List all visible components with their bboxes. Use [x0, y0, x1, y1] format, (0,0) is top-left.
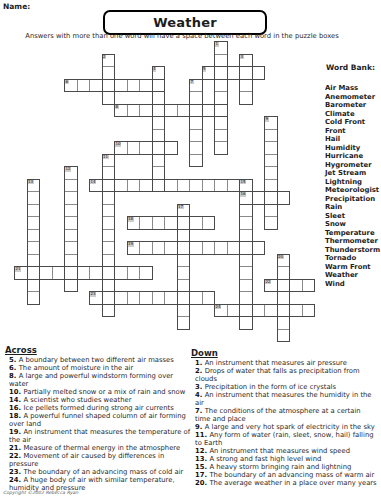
clue-number: 10. [9, 388, 23, 396]
clue-number: 1. [195, 359, 205, 367]
puzzle-cell[interactable] [164, 291, 178, 305]
word-bank-item: Climate [325, 110, 380, 119]
puzzle-cell[interactable] [264, 154, 278, 168]
puzzle-cell[interactable] [77, 266, 91, 280]
clue-number: 16. [9, 404, 23, 412]
puzzle-cell[interactable] [152, 141, 166, 155]
puzzle-cell[interactable] [214, 79, 228, 93]
puzzle-cell[interactable] [202, 179, 216, 193]
word-bank-item: Weather [325, 271, 380, 280]
cell-number: 13 [28, 180, 34, 185]
puzzle-cell[interactable] [64, 216, 78, 230]
cell-number: 12 [65, 167, 71, 172]
puzzle-cell[interactable] [127, 141, 141, 155]
puzzle-cell[interactable]: 18 [127, 216, 141, 230]
puzzle-cell[interactable] [214, 179, 228, 193]
puzzle-cell[interactable] [139, 291, 153, 305]
clue-item: 12. An instrument that measures wind spe… [195, 447, 377, 455]
puzzle-cell[interactable] [189, 154, 203, 168]
puzzle-cell[interactable] [64, 266, 78, 280]
puzzle-cell[interactable] [64, 241, 78, 255]
puzzle-cell[interactable] [264, 141, 278, 155]
puzzle-cell[interactable] [102, 279, 116, 293]
puzzle-cell[interactable] [102, 241, 116, 255]
puzzle-cell[interactable] [264, 216, 278, 230]
puzzle-cell[interactable] [127, 104, 141, 118]
puzzle-cell[interactable]: 24 [214, 304, 228, 318]
puzzle-cell[interactable] [177, 279, 191, 293]
cell-number: 24 [215, 305, 221, 310]
puzzle-cell[interactable] [164, 241, 178, 255]
puzzle-cell[interactable] [127, 291, 141, 305]
puzzle-cell[interactable] [102, 91, 116, 105]
puzzle-cell[interactable] [302, 279, 316, 293]
puzzle-cell[interactable] [189, 116, 203, 130]
puzzle-cell[interactable] [152, 166, 166, 180]
clue-item: 18. A powerful funnel shaped column of a… [9, 412, 191, 428]
puzzle-cell[interactable] [277, 329, 291, 343]
puzzle-cell[interactable] [64, 229, 78, 243]
puzzle-cell[interactable] [227, 179, 241, 193]
word-bank-item: Hail [325, 135, 380, 144]
clue-item: 19. An instrument that measures the temp… [9, 428, 191, 444]
clue-item: 15. A heavy storm bringing rain and ligh… [195, 463, 377, 471]
puzzle-cell[interactable] [102, 204, 116, 218]
puzzle-cell[interactable] [252, 191, 266, 205]
clue-item: 17. The boundary of an advancing mass of… [195, 471, 377, 479]
puzzle-cell[interactable]: 23 [89, 291, 103, 305]
puzzle-cell[interactable] [264, 204, 278, 218]
puzzle-cell[interactable] [177, 254, 191, 268]
puzzle-cell[interactable] [164, 104, 178, 118]
clue-item: 21. Measure of thermal energy in the atm… [9, 444, 191, 452]
down-header: Down [191, 348, 377, 358]
puzzle-cell[interactable] [102, 66, 116, 80]
word-bank-item: Hygrometer [325, 161, 380, 170]
puzzle-cell[interactable] [264, 304, 278, 318]
clue-item: 4. An instrument that measures the humid… [195, 391, 377, 407]
clue-item: 11. Any form of water (rain, sleet, snow… [195, 431, 377, 447]
puzzle-cell[interactable] [177, 316, 191, 330]
puzzle-cell[interactable] [139, 141, 153, 155]
puzzle-cell[interactable] [239, 79, 253, 93]
puzzle-cell[interactable] [102, 229, 116, 243]
puzzle-cell[interactable] [27, 291, 41, 305]
puzzle-cell[interactable] [152, 154, 166, 168]
cell-number: 17 [178, 205, 184, 210]
puzzle-cell[interactable] [189, 241, 203, 255]
puzzle-cell[interactable] [77, 79, 91, 93]
puzzle-cell[interactable] [139, 104, 153, 118]
puzzle-cell[interactable] [264, 129, 278, 143]
puzzle-cell[interactable] [64, 191, 78, 205]
puzzle-cell[interactable] [152, 291, 166, 305]
puzzle-cell[interactable] [39, 266, 53, 280]
clue-number: 18. [9, 412, 23, 420]
puzzle-cell[interactable]: 13 [27, 179, 41, 193]
cell-number: 21 [15, 267, 21, 272]
puzzle-cell[interactable] [214, 241, 228, 255]
copyright-text: Copyright ©2002 Rebecca Ryan [3, 490, 78, 495]
word-bank-item: Precipitation [325, 195, 380, 204]
cell-number: 4 [153, 67, 157, 72]
puzzle-cell[interactable]: 21 [14, 266, 28, 280]
puzzle-cell[interactable] [239, 241, 253, 255]
puzzle-cell[interactable]: 15 [239, 179, 253, 193]
puzzle-cell[interactable] [227, 66, 241, 80]
word-bank-item: Warm Front [325, 263, 380, 272]
puzzle-cell[interactable] [152, 129, 166, 143]
puzzle-cell[interactable] [64, 254, 78, 268]
puzzle-cell[interactable] [152, 179, 166, 193]
puzzle-cell[interactable] [264, 179, 278, 193]
word-bank-item: Jet Stream [325, 169, 380, 178]
clue-number: 9. [195, 423, 205, 431]
puzzle-cell[interactable] [127, 266, 141, 280]
word-bank: Word Bank: Air MassAnemometerBarometerCl… [318, 63, 380, 288]
clue-item: 1. An instrument that measures air press… [195, 359, 377, 367]
cell-number: 22 [265, 280, 271, 285]
puzzle-cell[interactable] [139, 79, 153, 93]
clue-number: 20. [195, 479, 209, 487]
cell-number: 1 [215, 42, 219, 47]
puzzle-cell[interactable] [214, 104, 228, 118]
cell-number: 8 [115, 105, 119, 110]
puzzle-cell[interactable] [189, 104, 203, 118]
word-bank-item: Tornado [325, 254, 380, 263]
puzzle-cell[interactable] [214, 66, 228, 80]
puzzle-cell[interactable] [114, 266, 128, 280]
puzzle-cell[interactable]: 3 [239, 54, 253, 68]
puzzle-cell[interactable] [177, 291, 191, 305]
puzzle-cell[interactable] [64, 179, 78, 193]
cell-number: 9 [265, 117, 269, 122]
clue-number: 2. [195, 367, 205, 375]
puzzle-cell[interactable] [239, 291, 253, 305]
puzzle-cell[interactable] [202, 104, 216, 118]
puzzle-cell[interactable]: 14 [89, 179, 103, 193]
puzzle-cell[interactable] [239, 254, 253, 268]
clue-item: 14. A scientist who studies weather [9, 396, 191, 404]
word-bank-item: Front [325, 127, 380, 136]
puzzle-cell[interactable] [164, 216, 178, 230]
clue-number: 13. [195, 455, 209, 463]
puzzle-cell[interactable] [252, 241, 266, 255]
clue-item: 23. The boundary of an advancing mass of… [9, 468, 191, 476]
puzzle-cell[interactable]: 9 [264, 116, 278, 130]
word-bank-item: Air Mass [325, 84, 380, 93]
puzzle-cell[interactable] [89, 266, 103, 280]
puzzle-cell[interactable] [177, 304, 191, 318]
puzzle-cell[interactable] [264, 191, 278, 205]
puzzle-cell[interactable] [277, 266, 291, 280]
puzzle-cell[interactable] [139, 241, 153, 255]
puzzle-cell[interactable] [177, 179, 191, 193]
puzzle-cell[interactable] [114, 179, 128, 193]
clue-number: 24. [9, 476, 23, 484]
clue-item: 6. The amount of moisture in the air [9, 364, 191, 372]
word-bank-item: Rain [325, 203, 380, 212]
down-clue-list: 1. An instrument that measures air press… [191, 359, 377, 487]
cell-number: 18 [128, 217, 134, 222]
puzzle-cell[interactable] [102, 291, 116, 305]
puzzle-cell[interactable]: 2 [102, 54, 116, 68]
puzzle-cell[interactable] [189, 291, 203, 305]
clue-number: 6. [9, 364, 19, 372]
puzzle-cell[interactable] [64, 204, 78, 218]
cell-number: 20 [278, 255, 284, 260]
puzzle-cell[interactable] [214, 141, 228, 155]
puzzle-cell[interactable] [277, 316, 291, 330]
cell-number: 2 [103, 55, 107, 60]
cell-number: 11 [103, 155, 109, 160]
clue-number: 4. [195, 391, 205, 399]
puzzle-cell[interactable] [152, 216, 166, 230]
puzzle-cell[interactable] [152, 116, 166, 130]
word-bank-item: Sleet [325, 212, 380, 221]
puzzle-cell[interactable]: 16 [239, 191, 253, 205]
puzzle-cell[interactable] [214, 91, 228, 105]
word-bank-item: Lightning [325, 178, 380, 187]
puzzle-cell[interactable] [139, 179, 153, 193]
puzzle-cell[interactable] [252, 66, 266, 80]
clue-number: 3. [195, 383, 205, 391]
clue-item: 5. A boundary between two different air … [9, 356, 191, 364]
puzzle-cell[interactable] [102, 304, 116, 318]
puzzle-cell[interactable] [289, 279, 303, 293]
word-bank-item: Meteorologist [325, 186, 380, 195]
puzzle-cell[interactable] [64, 279, 78, 293]
cell-number: 6 [65, 80, 69, 85]
word-bank-item: Wind [325, 280, 380, 289]
puzzle-cell[interactable]: 12 [64, 166, 78, 180]
cell-number: 7 [190, 80, 194, 85]
puzzle-cell[interactable]: 10 [114, 141, 128, 155]
puzzle-cell[interactable] [277, 279, 291, 293]
puzzle-cell[interactable] [102, 166, 116, 180]
puzzle-cell[interactable] [239, 229, 253, 243]
clue-item: 10. Partially melted snow or a mix of ra… [9, 388, 191, 396]
puzzle-cell[interactable] [102, 216, 116, 230]
word-bank-item: Thunderstorm [325, 246, 380, 255]
puzzle-cell[interactable] [177, 241, 191, 255]
puzzle-cell[interactable] [202, 291, 216, 305]
puzzle-cell[interactable] [127, 79, 141, 93]
word-bank-item: Cold Front [325, 118, 380, 127]
clue-item: 7. The conditions of the atmosphere at a… [195, 407, 377, 423]
puzzle-cell[interactable] [277, 191, 291, 205]
puzzle-cell[interactable] [27, 266, 41, 280]
word-bank-item: Anemometer [325, 93, 380, 102]
cell-number: 3 [240, 55, 244, 60]
puzzle-cell[interactable]: 7 [189, 79, 203, 93]
puzzle-cell[interactable]: 20 [277, 254, 291, 268]
puzzle-cell[interactable] [102, 79, 116, 93]
clue-item: 16. Ice pellets formed during strong air… [9, 404, 191, 412]
down-clues: Down 1. An instrument that measures air … [191, 348, 377, 487]
puzzle-cell[interactable] [227, 241, 241, 255]
clue-number: 12. [195, 447, 209, 455]
puzzle-cell[interactable] [177, 104, 191, 118]
puzzle-cell[interactable] [202, 241, 216, 255]
puzzle-cell[interactable] [27, 279, 41, 293]
puzzle-cell[interactable] [239, 266, 253, 280]
across-clues: Across 5. A boundary between two differe… [5, 345, 191, 492]
across-clue-list: 5. A boundary between two different air … [5, 356, 191, 492]
puzzle-cell[interactable] [139, 266, 153, 280]
puzzle-cell[interactable] [152, 104, 166, 118]
clue-number: 8. [9, 372, 19, 380]
puzzle-cell[interactable] [239, 91, 253, 105]
word-bank-item: Humidity [325, 144, 380, 153]
cell-number: 5 [203, 67, 207, 72]
puzzle-cell[interactable] [152, 241, 166, 255]
word-bank-list: Air MassAnemometerBarometerClimateCold F… [325, 84, 380, 288]
clue-number: 15. [195, 463, 209, 471]
puzzle-cell[interactable]: 4 [152, 66, 166, 80]
puzzle-cell[interactable] [189, 179, 203, 193]
clue-number: 19. [9, 428, 23, 436]
puzzle-cell[interactable]: 17 [177, 204, 191, 218]
puzzle-cell[interactable] [302, 304, 316, 318]
puzzle-cell[interactable] [102, 179, 116, 193]
cell-number: 23 [90, 292, 96, 297]
clue-item: 13. A strong and fast high level wind [195, 455, 377, 463]
puzzle-cell[interactable] [239, 316, 253, 330]
clue-item: 20. The average weather in a place over … [195, 479, 377, 487]
puzzle-cell[interactable]: 5 [202, 66, 216, 80]
clue-item: 3. Precipitation in the form of ice crys… [195, 383, 377, 391]
cell-number: 19 [128, 242, 134, 247]
clue-number: 5. [9, 356, 19, 364]
puzzle-cell[interactable] [264, 166, 278, 180]
puzzle-cell[interactable] [27, 229, 41, 243]
puzzle-cell[interactable] [189, 216, 203, 230]
puzzle-cell[interactable]: 6 [64, 79, 78, 93]
puzzle-cell[interactable] [239, 66, 253, 80]
puzzle-cell[interactable] [227, 304, 241, 318]
word-bank-item: Snow [325, 220, 380, 229]
puzzle-cell[interactable]: 22 [264, 279, 278, 293]
puzzle-cell[interactable] [277, 304, 291, 318]
word-bank-header: Word Bank: [326, 63, 380, 72]
puzzle-cell[interactable] [239, 279, 253, 293]
puzzle-cell[interactable] [27, 216, 41, 230]
puzzle-cell[interactable] [27, 191, 41, 205]
puzzle-cell[interactable] [102, 266, 116, 280]
puzzle-cell[interactable] [202, 216, 216, 230]
puzzle-cell[interactable] [114, 291, 128, 305]
clue-number: 7. [195, 407, 205, 415]
puzzle-cell[interactable] [52, 266, 66, 280]
puzzle-cell[interactable] [214, 129, 228, 143]
across-header: Across [5, 345, 191, 355]
puzzle-cell[interactable] [177, 216, 191, 230]
puzzle-cell[interactable]: 11 [102, 154, 116, 168]
clue-item: 9. A large and very hot spark of electri… [195, 423, 377, 431]
puzzle-cell[interactable] [214, 116, 228, 130]
puzzle-cell[interactable]: 8 [114, 104, 128, 118]
cell-number: 10 [115, 142, 121, 147]
puzzle-cell[interactable] [214, 54, 228, 68]
puzzle-cell[interactable] [27, 204, 41, 218]
clue-item: 8. A large and powerful windstorm formin… [9, 372, 191, 388]
puzzle-cell[interactable] [27, 241, 41, 255]
puzzle-cell[interactable] [152, 79, 166, 93]
word-bank-item: Hurricane [325, 152, 380, 161]
puzzle-cell[interactable] [127, 179, 141, 193]
cell-number: 16 [240, 192, 246, 197]
puzzle-cell[interactable]: 19 [127, 241, 141, 255]
puzzle-cell[interactable] [252, 304, 266, 318]
puzzle-cell[interactable] [152, 91, 166, 105]
puzzle-cell[interactable] [289, 304, 303, 318]
clue-number: 23. [9, 468, 23, 476]
puzzle-cell[interactable] [102, 254, 116, 268]
puzzle-cell[interactable] [139, 216, 153, 230]
puzzle-cell[interactable] [189, 129, 203, 143]
clue-number: 21. [9, 444, 23, 452]
puzzle-cell[interactable] [164, 141, 178, 155]
clue-number: 22. [9, 452, 23, 460]
puzzle-cell[interactable] [189, 141, 203, 155]
puzzle-cell[interactable] [102, 191, 116, 205]
puzzle-cell[interactable] [27, 254, 41, 268]
word-bank-item: Temperature [325, 229, 380, 238]
cell-number: 14 [90, 180, 96, 185]
puzzle-cell[interactable] [189, 91, 203, 105]
word-bank-item: Thermometer [325, 237, 380, 246]
clue-item: 2. Drops of water that falls as precipit… [195, 367, 377, 383]
puzzle-cell[interactable] [89, 79, 103, 93]
puzzle-cell[interactable]: 1 [214, 41, 228, 55]
puzzle-cell[interactable] [239, 304, 253, 318]
puzzle-cell[interactable] [277, 291, 291, 305]
puzzle-cell[interactable] [114, 79, 128, 93]
clue-number: 14. [9, 396, 23, 404]
puzzle-cell[interactable] [239, 204, 253, 218]
word-bank-item: Barometer [325, 101, 380, 110]
clue-number: 17. [195, 471, 209, 479]
cell-number: 15 [240, 180, 246, 185]
clue-item: 22. Movement of air caused by difference… [9, 452, 191, 468]
puzzle-cell[interactable] [164, 179, 178, 193]
clue-number: 11. [195, 431, 209, 439]
puzzle-cell[interactable] [239, 216, 253, 230]
puzzle-cell[interactable] [177, 266, 191, 280]
puzzle-cell[interactable] [177, 229, 191, 243]
